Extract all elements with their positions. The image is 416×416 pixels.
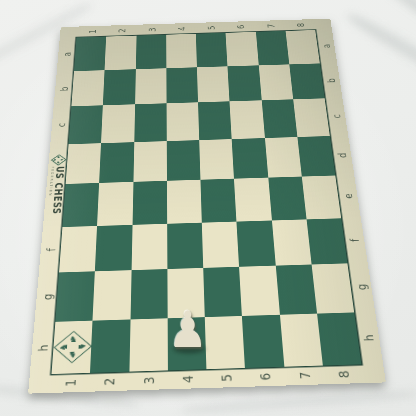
coordinate-label: h	[11, 338, 75, 358]
coordinate-label: 2	[98, 365, 121, 399]
square-b3[interactable]	[135, 68, 167, 104]
coordinate-label: g	[330, 278, 393, 296]
coordinate-label: a	[41, 48, 92, 61]
square-g7[interactable]	[275, 265, 316, 315]
square-a3[interactable]	[135, 35, 166, 69]
coordinate-label: 1	[58, 366, 82, 400]
square-f4[interactable]	[167, 222, 203, 269]
square-g6[interactable]	[239, 266, 279, 316]
mat-shadow: 12345678 12345678 abcfgh abcdefgh ♞ ♞ ♞ …	[0, 0, 416, 416]
coordinate-label: 6	[231, 17, 249, 37]
square-a5[interactable]	[196, 33, 228, 67]
square-c7[interactable]	[261, 99, 297, 137]
square-g5[interactable]	[203, 267, 242, 317]
us-chess-emblem-icon: ♞ ♞ ♞ ♞	[51, 154, 66, 165]
coordinate-label: c	[34, 118, 88, 132]
square-f3[interactable]	[131, 223, 167, 270]
square-f2[interactable]	[95, 225, 132, 272]
photo-scene: 12345678 12345678 abcfgh abcdefgh ♞ ♞ ♞ …	[0, 0, 416, 416]
square-d3[interactable]	[133, 141, 167, 182]
square-g3[interactable]	[130, 269, 167, 319]
coordinate-label: 1	[83, 22, 101, 42]
square-f6[interactable]	[237, 220, 276, 267]
coordinate-label: 6	[253, 360, 277, 394]
square-b5[interactable]	[197, 66, 230, 102]
coordinate-label: 5	[215, 361, 238, 395]
square-e6[interactable]	[234, 178, 271, 222]
coordinate-label: 7	[261, 16, 280, 36]
square-e4[interactable]	[167, 180, 202, 224]
square-f7[interactable]	[271, 219, 311, 266]
coordinate-label: 3	[137, 363, 159, 397]
square-e7[interactable]	[268, 177, 306, 221]
square-b6[interactable]	[228, 65, 262, 101]
coordinate-label: d	[314, 147, 370, 162]
square-c4[interactable]	[166, 102, 199, 141]
square-d5[interactable]	[199, 139, 234, 180]
coordinate-label: a	[300, 40, 351, 53]
square-e5[interactable]	[200, 179, 236, 223]
square-d6[interactable]	[232, 138, 268, 179]
square-f5[interactable]	[202, 221, 239, 268]
square-g2[interactable]	[93, 270, 131, 320]
square-b4[interactable]	[166, 67, 198, 103]
square-a4[interactable]	[166, 34, 197, 68]
coordinate-label: 4	[176, 362, 198, 396]
square-b7[interactable]	[258, 64, 293, 100]
coordinate-label: c	[309, 109, 364, 123]
square-d4[interactable]	[167, 140, 201, 181]
square-d7[interactable]	[265, 137, 302, 178]
coordinate-label: b	[38, 82, 90, 96]
coordinate-label: 8	[330, 357, 356, 391]
square-e2[interactable]	[97, 182, 133, 226]
square-e3[interactable]	[132, 181, 167, 225]
coordinate-label: 8	[290, 15, 309, 35]
coordinate-label: e	[319, 188, 377, 204]
coordinate-label: h	[336, 328, 401, 348]
coordinate-label: 7	[292, 359, 317, 393]
square-b2[interactable]	[103, 69, 135, 105]
coordinate-label: 4	[172, 19, 189, 39]
coordinate-label: f	[21, 241, 81, 258]
square-c6[interactable]	[230, 100, 265, 138]
coordinate-label: f	[324, 231, 384, 248]
square-d2[interactable]	[99, 142, 134, 183]
coordinate-label: b	[305, 73, 358, 87]
square-c3[interactable]	[134, 103, 167, 142]
coordinate-label: g	[16, 288, 78, 307]
coordinate-label: 2	[113, 21, 130, 41]
coordinate-label: 5	[202, 18, 220, 38]
coordinate-label: 3	[143, 20, 160, 40]
square-c2[interactable]	[101, 104, 134, 143]
square-a2[interactable]	[105, 36, 136, 70]
square-a6[interactable]	[226, 32, 259, 66]
white-pawn-h4[interactable]: ♟	[168, 305, 207, 355]
square-a7[interactable]	[256, 31, 290, 65]
square-c5[interactable]	[198, 101, 232, 139]
